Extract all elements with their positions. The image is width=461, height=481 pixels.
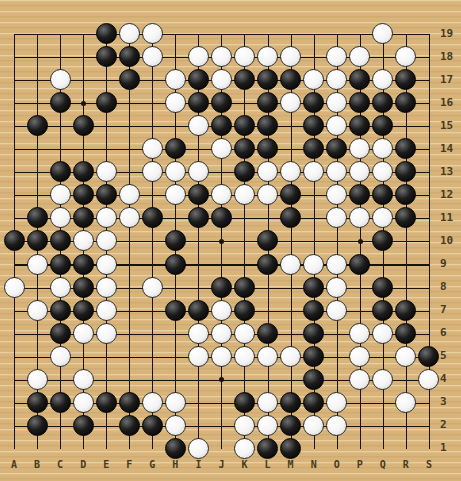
stone-white[interactable]: [188, 46, 209, 67]
stone-black[interactable]: [50, 392, 71, 413]
stone-white[interactable]: [257, 415, 278, 436]
row-label: 4: [440, 373, 447, 385]
stone-black[interactable]: [280, 438, 301, 459]
stone-black[interactable]: [211, 277, 232, 298]
row-label: 1: [440, 442, 447, 454]
stone-white[interactable]: [280, 46, 301, 67]
stone-white[interactable]: [211, 46, 232, 67]
stone-white[interactable]: [96, 254, 117, 275]
stone-white[interactable]: [119, 184, 140, 205]
stone-white[interactable]: [372, 369, 393, 390]
row-label: 18: [440, 51, 453, 63]
column-label: H: [172, 459, 178, 471]
stone-white[interactable]: [188, 346, 209, 367]
column-label: P: [357, 459, 363, 471]
stone-white[interactable]: [96, 207, 117, 228]
stone-white[interactable]: [418, 369, 439, 390]
stone-white[interactable]: [349, 369, 370, 390]
go-board: ABCDEFGHIJKLMNOPQRS 19181716151413121110…: [0, 0, 461, 481]
stone-white[interactable]: [234, 323, 255, 344]
stone-black[interactable]: [27, 392, 48, 413]
stone-white[interactable]: [234, 415, 255, 436]
stone-black[interactable]: [303, 369, 324, 390]
stone-white[interactable]: [395, 392, 416, 413]
stone-white[interactable]: [142, 277, 163, 298]
row-label: 3: [440, 396, 447, 408]
stone-black[interactable]: [73, 115, 94, 136]
stone-white[interactable]: [119, 207, 140, 228]
stone-white[interactable]: [142, 46, 163, 67]
stone-white[interactable]: [50, 69, 71, 90]
stone-black[interactable]: [50, 323, 71, 344]
stone-black[interactable]: [142, 415, 163, 436]
stone-white[interactable]: [280, 254, 301, 275]
row-label: 7: [440, 304, 447, 316]
stone-black[interactable]: [4, 230, 25, 251]
stone-black[interactable]: [119, 69, 140, 90]
stone-black[interactable]: [211, 115, 232, 136]
stone-black[interactable]: [96, 92, 117, 113]
column-label: F: [126, 459, 132, 471]
stone-white[interactable]: [50, 346, 71, 367]
stone-white[interactable]: [96, 230, 117, 251]
stone-white[interactable]: [211, 300, 232, 321]
stone-black[interactable]: [188, 69, 209, 90]
column-label: K: [241, 459, 247, 471]
stone-white[interactable]: [50, 184, 71, 205]
star-point: [81, 101, 86, 106]
stone-black[interactable]: [73, 207, 94, 228]
stone-black[interactable]: [257, 69, 278, 90]
stone-black[interactable]: [257, 323, 278, 344]
stone-black[interactable]: [234, 392, 255, 413]
row-label: 12: [440, 189, 453, 201]
stone-white[interactable]: [349, 323, 370, 344]
stone-black[interactable]: [372, 277, 393, 298]
stone-black[interactable]: [96, 184, 117, 205]
stone-white[interactable]: [280, 346, 301, 367]
column-label: O: [334, 459, 340, 471]
stone-black[interactable]: [96, 23, 117, 44]
stone-black[interactable]: [50, 300, 71, 321]
row-label: 2: [440, 419, 447, 431]
column-label: C: [57, 459, 63, 471]
stone-white[interactable]: [73, 323, 94, 344]
stone-black[interactable]: [257, 254, 278, 275]
stone-black[interactable]: [50, 92, 71, 113]
stone-black[interactable]: [280, 392, 301, 413]
stone-black[interactable]: [418, 346, 439, 367]
stone-white[interactable]: [211, 69, 232, 90]
stone-white[interactable]: [96, 161, 117, 182]
stone-black[interactable]: [395, 323, 416, 344]
stone-black[interactable]: [73, 277, 94, 298]
stone-white[interactable]: [234, 346, 255, 367]
star-point: [358, 239, 363, 244]
stone-white[interactable]: [349, 346, 370, 367]
stone-white[interactable]: [257, 392, 278, 413]
column-label: N: [311, 459, 317, 471]
stone-black[interactable]: [234, 300, 255, 321]
stone-white[interactable]: [234, 438, 255, 459]
stone-white[interactable]: [119, 23, 140, 44]
stone-black[interactable]: [234, 277, 255, 298]
column-label: S: [426, 459, 432, 471]
stone-black[interactable]: [349, 254, 370, 275]
stone-black[interactable]: [303, 392, 324, 413]
stone-black[interactable]: [165, 254, 186, 275]
stone-black[interactable]: [73, 415, 94, 436]
row-label: 9: [440, 258, 447, 270]
stone-black[interactable]: [119, 415, 140, 436]
stone-black[interactable]: [27, 230, 48, 251]
stone-black[interactable]: [188, 300, 209, 321]
stone-black[interactable]: [27, 115, 48, 136]
stone-black[interactable]: [395, 300, 416, 321]
stone-white[interactable]: [142, 392, 163, 413]
stone-white[interactable]: [27, 254, 48, 275]
stone-white[interactable]: [211, 323, 232, 344]
row-label: 11: [440, 212, 453, 224]
stone-white[interactable]: [165, 161, 186, 182]
stone-black[interactable]: [303, 277, 324, 298]
stone-white[interactable]: [50, 207, 71, 228]
stone-black[interactable]: [27, 207, 48, 228]
stone-black[interactable]: [27, 415, 48, 436]
stone-white[interactable]: [395, 346, 416, 367]
column-label: G: [149, 459, 155, 471]
column-label: E: [103, 459, 109, 471]
stone-white[interactable]: [211, 346, 232, 367]
column-label: D: [80, 459, 86, 471]
stone-white[interactable]: [326, 254, 347, 275]
column-label: R: [403, 459, 409, 471]
stone-white[interactable]: [257, 346, 278, 367]
stone-white[interactable]: [27, 300, 48, 321]
stone-white[interactable]: [73, 369, 94, 390]
row-label: 5: [440, 350, 447, 362]
stone-white[interactable]: [50, 277, 71, 298]
stone-white[interactable]: [73, 392, 94, 413]
stone-white[interactable]: [326, 300, 347, 321]
stone-white[interactable]: [27, 369, 48, 390]
row-label: 15: [440, 120, 453, 132]
stone-white[interactable]: [4, 277, 25, 298]
stone-white[interactable]: [234, 46, 255, 67]
stone-black[interactable]: [372, 300, 393, 321]
column-label: B: [34, 459, 40, 471]
row-label: 16: [440, 97, 453, 109]
row-label: 17: [440, 74, 453, 86]
stone-white[interactable]: [96, 323, 117, 344]
stone-white[interactable]: [73, 230, 94, 251]
stone-white[interactable]: [303, 415, 324, 436]
stone-black[interactable]: [257, 438, 278, 459]
column-label: A: [11, 459, 17, 471]
stone-black[interactable]: [50, 161, 71, 182]
stone-white[interactable]: [326, 277, 347, 298]
stone-white[interactable]: [142, 138, 163, 159]
stone-black[interactable]: [50, 254, 71, 275]
stone-black[interactable]: [165, 438, 186, 459]
stone-black[interactable]: [73, 254, 94, 275]
stone-white[interactable]: [188, 438, 209, 459]
stone-white[interactable]: [165, 92, 186, 113]
stone-black[interactable]: [303, 300, 324, 321]
stone-black[interactable]: [165, 300, 186, 321]
stone-white[interactable]: [326, 392, 347, 413]
column-label: M: [288, 459, 294, 471]
stone-black[interactable]: [73, 184, 94, 205]
stone-black[interactable]: [73, 300, 94, 321]
stone-black[interactable]: [280, 415, 301, 436]
stone-black[interactable]: [119, 392, 140, 413]
stone-white[interactable]: [326, 415, 347, 436]
stone-black[interactable]: [303, 323, 324, 344]
stone-white[interactable]: [165, 415, 186, 436]
row-label: 8: [440, 281, 447, 293]
stone-white[interactable]: [188, 323, 209, 344]
stone-black[interactable]: [234, 69, 255, 90]
stone-white[interactable]: [188, 115, 209, 136]
stone-black[interactable]: [73, 161, 94, 182]
stone-black[interactable]: [96, 46, 117, 67]
stone-black[interactable]: [188, 92, 209, 113]
row-label: 6: [440, 327, 447, 339]
row-label: 14: [440, 143, 453, 155]
row-label: 19: [440, 28, 453, 40]
column-label: L: [265, 459, 271, 471]
row-label: 13: [440, 166, 453, 178]
stone-white[interactable]: [142, 161, 163, 182]
stone-black[interactable]: [119, 46, 140, 67]
column-label: J: [218, 459, 224, 471]
stone-white[interactable]: [257, 46, 278, 67]
stone-white[interactable]: [165, 392, 186, 413]
stone-white[interactable]: [96, 300, 117, 321]
stone-white[interactable]: [372, 323, 393, 344]
stone-black[interactable]: [96, 392, 117, 413]
column-label: I: [195, 459, 201, 471]
row-label: 10: [440, 235, 453, 247]
stone-white[interactable]: [142, 23, 163, 44]
stone-white[interactable]: [303, 254, 324, 275]
stone-white[interactable]: [96, 277, 117, 298]
stone-black[interactable]: [211, 92, 232, 113]
stone-black[interactable]: [50, 230, 71, 251]
column-label: Q: [380, 459, 386, 471]
stone-white[interactable]: [165, 69, 186, 90]
stone-black[interactable]: [165, 138, 186, 159]
stone-black[interactable]: [303, 346, 324, 367]
